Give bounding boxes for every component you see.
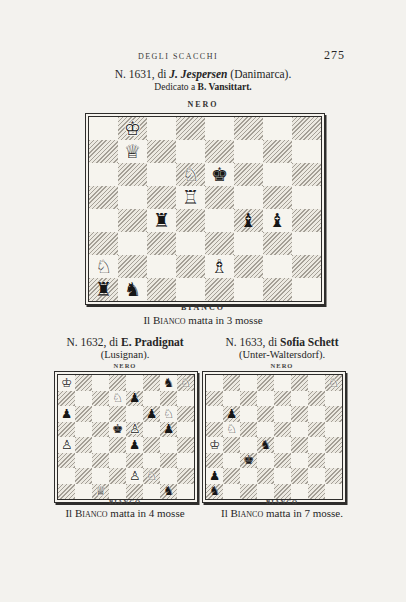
square-f4: ♝: [234, 209, 263, 232]
square-e3: [205, 232, 234, 255]
square-g5: ♟: [160, 422, 177, 438]
square-b1: ♞: [118, 278, 147, 301]
square-d5: [257, 422, 274, 438]
black-rook-piece: ♜: [153, 211, 170, 230]
white-bishop-piece: ♗: [211, 257, 228, 276]
square-a8: [89, 117, 118, 140]
square-g3: [263, 232, 292, 255]
square-g7: [308, 391, 325, 407]
problem-1631-title: N. 1631, di J. Jespersen (Danimarca).: [0, 68, 406, 80]
square-e8: [126, 375, 143, 391]
black-pawn-piece: ♟: [209, 470, 220, 483]
square-g1: [308, 484, 325, 500]
square-a5: [58, 422, 75, 438]
square-g8: [308, 375, 325, 391]
square-d8: [109, 375, 126, 391]
square-b8: [75, 375, 92, 391]
square-h4: [325, 437, 342, 453]
square-c5: [240, 422, 257, 438]
square-c4: [92, 437, 109, 453]
square-h4: [177, 437, 194, 453]
square-a7: [206, 391, 223, 407]
square-c8: [92, 375, 109, 391]
white-king-piece: ♔: [124, 119, 141, 138]
black-king-piece: ♚: [112, 423, 123, 436]
square-g4: [308, 437, 325, 453]
black-pawn-piece: ♟: [163, 423, 174, 436]
page-number: 275: [305, 48, 345, 63]
square-d3: [257, 453, 274, 469]
square-d2: [176, 255, 205, 278]
square-h2: [292, 255, 321, 278]
square-a7: [58, 391, 75, 407]
white-knight-piece: ♘: [180, 377, 191, 390]
square-f4: [143, 437, 160, 453]
square-h1: [325, 484, 342, 500]
square-a1: ♞: [206, 484, 223, 500]
square-g5: [263, 186, 292, 209]
square-f2: [234, 255, 263, 278]
square-c3: ♚: [240, 453, 257, 469]
problem-1631-country: (Danimarca).: [227, 68, 291, 80]
square-g1: [263, 278, 292, 301]
white-rook-piece: ♖: [182, 188, 199, 207]
square-c3: [92, 453, 109, 469]
white-knight-piece: ♘: [182, 165, 199, 184]
square-g7: [160, 391, 177, 407]
square-a4: ♔: [206, 437, 223, 453]
square-f7: [291, 391, 308, 407]
square-e5: ♙: [126, 422, 143, 438]
square-c1: [240, 484, 257, 500]
square-e7: [205, 140, 234, 163]
square-b5: ♘: [223, 422, 240, 438]
square-a6: [89, 163, 118, 186]
square-a2: ♟: [206, 468, 223, 484]
white-knight-piece: ♘: [95, 257, 112, 276]
square-c6: [92, 406, 109, 422]
square-h5: [325, 422, 342, 438]
square-h3: [177, 453, 194, 469]
square-h3: [292, 232, 321, 255]
square-e3: [126, 453, 143, 469]
white-pawn-piece: ♙: [129, 423, 140, 436]
square-a2: ♘: [89, 255, 118, 278]
white-king-piece: ♔: [209, 439, 220, 452]
square-d4: [109, 437, 126, 453]
square-b2: [118, 255, 147, 278]
chessboard-1633: ♘♟♘♔♞♚♟♞: [205, 374, 343, 500]
problem-1633-nero-label: NERO: [182, 362, 382, 369]
square-a1: ♜: [89, 278, 118, 301]
square-h5: [292, 186, 321, 209]
square-d4: [176, 209, 205, 232]
square-g1: ♞: [160, 484, 177, 500]
square-a5: [206, 422, 223, 438]
square-g2: [308, 468, 325, 484]
square-d8: [257, 375, 274, 391]
square-b6: [118, 163, 147, 186]
square-f3: [234, 232, 263, 255]
problem-1631-dedication: Dedicato a B. Vansittart.: [0, 82, 406, 92]
square-d8: [176, 117, 205, 140]
square-h8: ♘: [325, 375, 342, 391]
square-d2: [109, 468, 126, 484]
square-a5: [89, 186, 118, 209]
square-h6: [177, 406, 194, 422]
problem-1633-location: (Unter-Waltersdorf).: [182, 349, 382, 360]
problem-1631-caption: Il Bianco matta in 3 mosse: [0, 314, 406, 326]
white-knight-piece: ♘: [163, 408, 174, 421]
problem-1631-number: N. 1631, di: [115, 68, 170, 80]
square-c5: [147, 186, 176, 209]
square-g8: [263, 117, 292, 140]
square-g4: ♝: [263, 209, 292, 232]
black-bishop-piece: ♝: [269, 211, 286, 230]
square-c5: [92, 422, 109, 438]
square-g2: [160, 468, 177, 484]
square-c1: [147, 278, 176, 301]
square-e8: [205, 117, 234, 140]
white-knight-piece: ♘: [146, 470, 157, 483]
black-knight-piece: ♞: [163, 485, 174, 498]
square-b6: ♟: [223, 406, 240, 422]
square-h8: ♘: [177, 375, 194, 391]
square-f7: [234, 140, 263, 163]
running-title: DEGLI SCACCHI: [0, 52, 356, 61]
chessboard-1633-frame: ♘♟♘♔♞♚♟♞: [202, 371, 346, 503]
square-f4: [291, 437, 308, 453]
square-h6: [292, 163, 321, 186]
square-b2: [75, 468, 92, 484]
square-c2: [92, 468, 109, 484]
white-queen-piece: ♕: [124, 142, 141, 161]
square-c8: [147, 117, 176, 140]
square-f8: [234, 117, 263, 140]
square-e1: [126, 484, 143, 500]
square-b7: [223, 391, 240, 407]
chessboard-1632-frame: ♔♞♘♘♟♟♟♘♚♙♟♙♟♙♘♕♞: [54, 371, 198, 503]
square-c6: [147, 163, 176, 186]
square-d3: [176, 232, 205, 255]
square-f5: [234, 186, 263, 209]
square-a6: ♟: [58, 406, 75, 422]
problem-1633-author: Sofia Schett: [280, 336, 338, 348]
square-c4: ♜: [147, 209, 176, 232]
square-d5: ♖: [176, 186, 205, 209]
square-d6: ♘: [176, 163, 205, 186]
square-h7: [177, 391, 194, 407]
square-b3: [118, 232, 147, 255]
square-f8: [291, 375, 308, 391]
square-d6: [257, 406, 274, 422]
square-h8: [292, 117, 321, 140]
square-h5: [177, 422, 194, 438]
white-knight-piece: ♘: [112, 392, 123, 405]
square-h4: [292, 209, 321, 232]
problem-1631-bianco-label: BIANCO: [0, 303, 406, 312]
square-a3: [89, 232, 118, 255]
square-h1: [177, 484, 194, 500]
square-e7: ♟: [126, 391, 143, 407]
black-rook-piece: ♜: [95, 280, 112, 299]
square-d5: ♚: [109, 422, 126, 438]
square-a7: [89, 140, 118, 163]
black-pawn-piece: ♟: [226, 408, 237, 421]
square-a2: [58, 468, 75, 484]
square-a1: [58, 484, 75, 500]
square-a3: [58, 453, 75, 469]
square-h2: [177, 468, 194, 484]
black-pawn-piece: ♟: [146, 408, 157, 421]
square-f2: [291, 468, 308, 484]
square-h3: [325, 453, 342, 469]
square-b3: [75, 453, 92, 469]
square-f1: [291, 484, 308, 500]
square-c6: [240, 406, 257, 422]
chessboard-1631-frame: ♔♕♘♚♖♜♝♝♘♗♜♞: [85, 113, 325, 305]
square-a8: [206, 375, 223, 391]
black-pawn-piece: ♟: [61, 408, 72, 421]
square-e5: [274, 422, 291, 438]
square-e6: [274, 406, 291, 422]
book-page: DEGLI SCACCHI 275 N. 1631, di J. Jespers…: [0, 0, 406, 602]
square-e7: [274, 391, 291, 407]
square-c2: [240, 468, 257, 484]
white-knight-piece: ♘: [226, 423, 237, 436]
square-c7: [240, 391, 257, 407]
square-g6: [263, 163, 292, 186]
square-b6: [75, 406, 92, 422]
square-h7: [292, 140, 321, 163]
square-e4: [274, 437, 291, 453]
square-d1: [257, 484, 274, 500]
square-d1: [109, 484, 126, 500]
square-a6: [206, 406, 223, 422]
square-d2: [257, 468, 274, 484]
square-c2: [147, 255, 176, 278]
square-e4: [205, 209, 234, 232]
square-c7: [92, 391, 109, 407]
square-f3: [291, 453, 308, 469]
square-a4: ♙: [58, 437, 75, 453]
square-f2: ♘: [143, 468, 160, 484]
square-g7: [263, 140, 292, 163]
square-e8: [274, 375, 291, 391]
square-c8: [240, 375, 257, 391]
square-b1: [223, 484, 240, 500]
square-b5: [118, 186, 147, 209]
square-d3: [109, 453, 126, 469]
square-e5: [205, 186, 234, 209]
square-g6: ♘: [160, 406, 177, 422]
square-g5: [308, 422, 325, 438]
square-f6: [291, 406, 308, 422]
square-b5: [75, 422, 92, 438]
square-g2: [263, 255, 292, 278]
square-f6: ♟: [143, 406, 160, 422]
square-d4: ♞: [257, 437, 274, 453]
square-g4: [160, 437, 177, 453]
square-g3: [160, 453, 177, 469]
black-pawn-piece: ♟: [129, 392, 140, 405]
square-b4: [223, 437, 240, 453]
square-b1: [75, 484, 92, 500]
square-h2: [325, 468, 342, 484]
square-a4: [89, 209, 118, 232]
dedication-name: B. Vansittart.: [198, 82, 252, 92]
chessboard-1632: ♔♞♘♘♟♟♟♘♚♙♟♙♟♙♘♕♞: [57, 374, 195, 500]
square-f7: [143, 391, 160, 407]
square-b8: [223, 375, 240, 391]
square-b4: [75, 437, 92, 453]
square-b2: [223, 468, 240, 484]
square-e2: ♙: [126, 468, 143, 484]
square-e2: [274, 468, 291, 484]
square-b3: [223, 453, 240, 469]
square-e1: [205, 278, 234, 301]
white-pawn-piece: ♙: [61, 439, 72, 452]
problem-1633-caption: Il Bianco matta in 7 mosse.: [182, 507, 382, 519]
square-d7: [257, 391, 274, 407]
black-king-piece: ♚: [243, 454, 254, 467]
black-knight-piece: ♞: [209, 485, 220, 498]
square-f5: [143, 422, 160, 438]
black-knight-piece: ♞: [163, 377, 174, 390]
square-a3: [206, 453, 223, 469]
square-e4: ♟: [126, 437, 143, 453]
problem-1631-nero-label: NERO: [0, 100, 406, 109]
white-queen-piece: ♕: [95, 485, 106, 498]
square-e6: ♚: [205, 163, 234, 186]
square-b4: [118, 209, 147, 232]
square-b8: ♔: [118, 117, 147, 140]
square-f8: [143, 375, 160, 391]
square-f1: [234, 278, 263, 301]
black-king-piece: ♚: [211, 165, 228, 184]
square-b7: ♕: [118, 140, 147, 163]
problem-1633-title: N. 1633, di Sofia Schett: [182, 336, 382, 348]
square-e3: [274, 453, 291, 469]
problem-1633-bianco-label: BIANCO: [182, 498, 382, 505]
square-h6: [325, 406, 342, 422]
black-knight-piece: ♞: [260, 439, 271, 452]
square-e6: [126, 406, 143, 422]
square-f6: [234, 163, 263, 186]
problem-1632-author: E. Pradignat: [121, 336, 184, 348]
square-d7: [176, 140, 205, 163]
square-e1: [274, 484, 291, 500]
white-king-piece: ♔: [61, 377, 72, 390]
square-h1: [292, 278, 321, 301]
square-c1: ♕: [92, 484, 109, 500]
black-pawn-piece: ♟: [129, 439, 140, 452]
square-d1: [176, 278, 205, 301]
black-bishop-piece: ♝: [240, 211, 257, 230]
square-g6: [308, 406, 325, 422]
square-g8: ♞: [160, 375, 177, 391]
white-knight-piece: ♘: [328, 377, 339, 390]
problem-1631-author: J. Jespersen: [169, 68, 227, 80]
square-g3: [308, 453, 325, 469]
square-e2: ♗: [205, 255, 234, 278]
square-c3: [147, 232, 176, 255]
square-f5: [291, 422, 308, 438]
chessboard-1631: ♔♕♘♚♖♜♝♝♘♗♜♞: [88, 116, 322, 302]
square-b7: [75, 391, 92, 407]
square-c4: [240, 437, 257, 453]
white-pawn-piece: ♙: [129, 470, 140, 483]
square-h7: [325, 391, 342, 407]
square-d6: [109, 406, 126, 422]
square-c7: [147, 140, 176, 163]
square-f1: [143, 484, 160, 500]
square-d7: ♘: [109, 391, 126, 407]
square-f3: [143, 453, 160, 469]
square-a8: ♔: [58, 375, 75, 391]
black-knight-piece: ♞: [124, 280, 141, 299]
